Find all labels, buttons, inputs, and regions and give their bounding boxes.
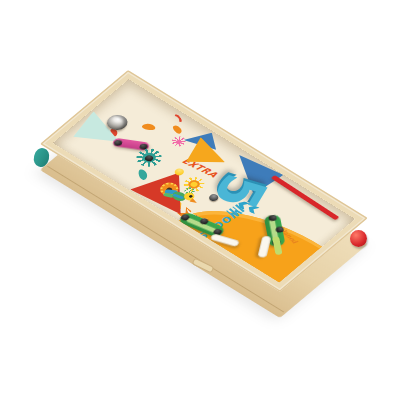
red-arc-print xyxy=(163,112,184,128)
product-photo: EXTRA WOOOSH Janod xyxy=(0,0,395,395)
launch-rail xyxy=(271,175,340,220)
teal-bean-piece xyxy=(137,169,148,181)
pink-starburst-print xyxy=(169,134,188,148)
slingshot-post xyxy=(275,226,284,233)
slingshot-post xyxy=(268,215,277,222)
bumper-post xyxy=(113,139,123,146)
orange-bean-print xyxy=(141,123,156,131)
plunger-knob[interactable] xyxy=(350,230,367,247)
